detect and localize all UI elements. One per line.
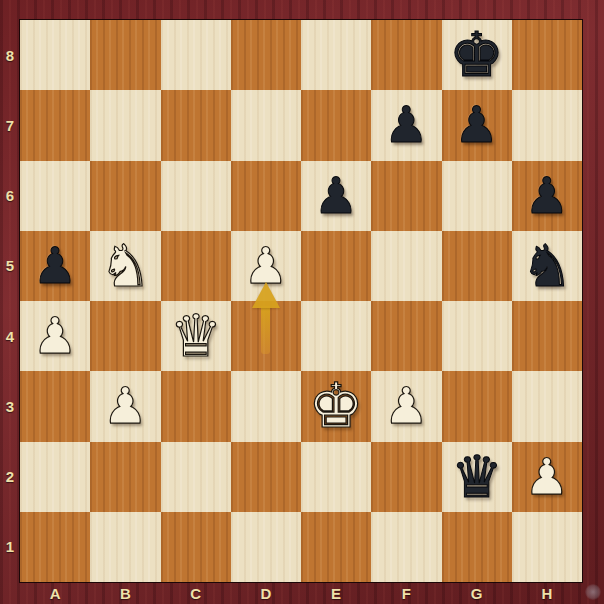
square-e2[interactable] <box>301 442 371 512</box>
square-a1[interactable] <box>20 512 90 582</box>
chessboard-frame: ♚♟♟♟♟♟♞♟♞♟♛♟♚♟♛♟ 87654321 ABCDEFGH <box>0 0 604 604</box>
square-g1[interactable] <box>442 512 512 582</box>
square-g8[interactable]: ♚ <box>442 20 512 90</box>
square-h4[interactable] <box>512 301 582 371</box>
square-g4[interactable] <box>442 301 512 371</box>
square-e3[interactable]: ♚ <box>301 371 371 441</box>
square-e5[interactable] <box>301 231 371 301</box>
black-knight[interactable]: ♞ <box>521 237 573 295</box>
rank-label-7: 7 <box>0 90 20 160</box>
chess-board: ♚♟♟♟♟♟♞♟♞♟♛♟♚♟♛♟ <box>20 20 582 582</box>
black-pawn[interactable]: ♟ <box>33 241 78 291</box>
square-c4[interactable]: ♛ <box>161 301 231 371</box>
rank-label-3: 3 <box>0 371 20 441</box>
file-label-e: E <box>301 582 371 604</box>
square-d6[interactable] <box>231 161 301 231</box>
square-c6[interactable] <box>161 161 231 231</box>
square-e6[interactable]: ♟ <box>301 161 371 231</box>
file-label-d: D <box>231 582 301 604</box>
square-a3[interactable] <box>20 371 90 441</box>
rank-label-6: 6 <box>0 161 20 231</box>
square-b6[interactable] <box>90 161 160 231</box>
square-g6[interactable] <box>442 161 512 231</box>
rank-label-5: 5 <box>0 231 20 301</box>
square-c3[interactable] <box>161 371 231 441</box>
square-f1[interactable] <box>371 512 441 582</box>
square-a7[interactable] <box>20 90 90 160</box>
square-h8[interactable] <box>512 20 582 90</box>
rank-label-8: 8 <box>0 20 20 90</box>
black-pawn[interactable]: ♟ <box>454 100 499 150</box>
square-b3[interactable]: ♟ <box>90 371 160 441</box>
white-pawn[interactable]: ♟ <box>524 452 569 502</box>
square-g7[interactable]: ♟ <box>442 90 512 160</box>
square-a5[interactable]: ♟ <box>20 231 90 301</box>
black-pawn[interactable]: ♟ <box>524 171 569 221</box>
square-d8[interactable] <box>231 20 301 90</box>
square-e1[interactable] <box>301 512 371 582</box>
square-d7[interactable] <box>231 90 301 160</box>
rank-labels: 87654321 <box>0 20 20 582</box>
square-c5[interactable] <box>161 231 231 301</box>
file-label-g: G <box>442 582 512 604</box>
square-f8[interactable] <box>371 20 441 90</box>
square-f3[interactable]: ♟ <box>371 371 441 441</box>
black-king[interactable]: ♚ <box>449 24 505 86</box>
square-g2[interactable]: ♛ <box>442 442 512 512</box>
square-b7[interactable] <box>90 90 160 160</box>
square-b8[interactable] <box>90 20 160 90</box>
square-b1[interactable] <box>90 512 160 582</box>
white-pawn[interactable]: ♟ <box>384 381 429 431</box>
white-king[interactable]: ♚ <box>308 375 364 437</box>
square-h2[interactable]: ♟ <box>512 442 582 512</box>
white-pawn[interactable]: ♟ <box>33 311 78 361</box>
square-d1[interactable] <box>231 512 301 582</box>
white-queen[interactable]: ♛ <box>170 307 222 365</box>
black-pawn[interactable]: ♟ <box>314 171 359 221</box>
square-b5[interactable]: ♞ <box>90 231 160 301</box>
square-c2[interactable] <box>161 442 231 512</box>
file-labels: ABCDEFGH <box>20 582 582 604</box>
square-h6[interactable]: ♟ <box>512 161 582 231</box>
square-e4[interactable] <box>301 301 371 371</box>
square-a4[interactable]: ♟ <box>20 301 90 371</box>
white-pawn[interactable]: ♟ <box>103 381 148 431</box>
square-f6[interactable] <box>371 161 441 231</box>
square-c8[interactable] <box>161 20 231 90</box>
square-g5[interactable] <box>442 231 512 301</box>
square-c7[interactable] <box>161 90 231 160</box>
square-b4[interactable] <box>90 301 160 371</box>
file-label-f: F <box>371 582 441 604</box>
arrow-tail <box>261 306 270 354</box>
square-c1[interactable] <box>161 512 231 582</box>
square-e8[interactable] <box>301 20 371 90</box>
file-label-h: H <box>512 582 582 604</box>
rank-label-2: 2 <box>0 442 20 512</box>
rank-label-1: 1 <box>0 512 20 582</box>
square-f4[interactable] <box>371 301 441 371</box>
square-f2[interactable] <box>371 442 441 512</box>
square-h1[interactable] <box>512 512 582 582</box>
white-knight[interactable]: ♞ <box>99 237 151 295</box>
black-queen[interactable]: ♛ <box>451 448 503 506</box>
square-f7[interactable]: ♟ <box>371 90 441 160</box>
square-f5[interactable] <box>371 231 441 301</box>
file-label-a: A <box>20 582 90 604</box>
file-label-c: C <box>161 582 231 604</box>
black-pawn[interactable]: ♟ <box>384 100 429 150</box>
square-a6[interactable] <box>20 161 90 231</box>
arrow-head <box>252 282 280 308</box>
square-d2[interactable] <box>231 442 301 512</box>
square-g3[interactable] <box>442 371 512 441</box>
file-label-b: B <box>90 582 160 604</box>
square-h7[interactable] <box>512 90 582 160</box>
square-a2[interactable] <box>20 442 90 512</box>
square-a8[interactable] <box>20 20 90 90</box>
square-e7[interactable] <box>301 90 371 160</box>
square-b2[interactable] <box>90 442 160 512</box>
square-h5[interactable]: ♞ <box>512 231 582 301</box>
square-d3[interactable] <box>231 371 301 441</box>
watermark-dot <box>585 584 601 600</box>
square-h3[interactable] <box>512 371 582 441</box>
rank-label-4: 4 <box>0 301 20 371</box>
